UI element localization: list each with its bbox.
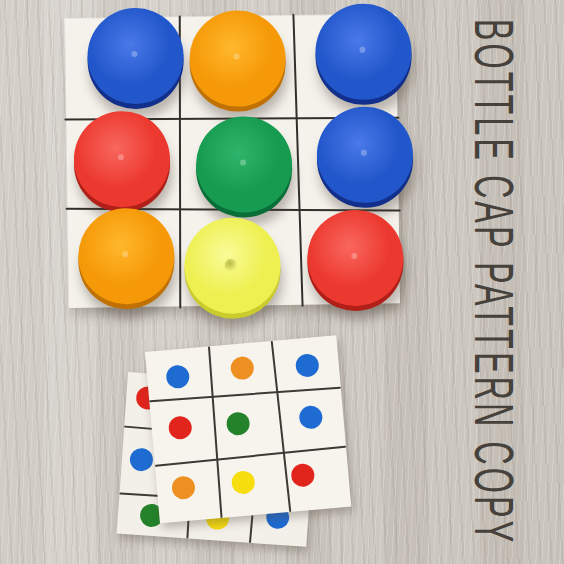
bottle-cap-orange[interactable] — [189, 15, 286, 112]
pattern-dot-blue — [129, 447, 154, 472]
cap-board-paper — [65, 14, 400, 308]
photo-scene: BOTTLE CAP PATTERN COPY — [0, 0, 564, 564]
dot-grid-top — [145, 335, 336, 352]
cap-grid — [65, 14, 396, 19]
bottle-cap-orange[interactable] — [78, 213, 175, 310]
caption-vertical-text: BOTTLE CAP PATTERN COPY — [426, 0, 564, 564]
pattern-dot-yellow — [230, 470, 255, 495]
board-grid-line — [292, 14, 303, 307]
pattern-dot-green — [225, 411, 250, 436]
pattern-dot-red — [290, 462, 315, 487]
bottle-cap-green[interactable] — [195, 121, 292, 218]
caption-label: BOTTLE CAP PATTERN COPY — [463, 19, 527, 545]
card-grid-line — [155, 446, 346, 467]
bottle-cap-blue[interactable] — [87, 12, 184, 109]
pattern-card-top[interactable] — [145, 335, 351, 523]
pattern-dot-blue — [294, 352, 319, 377]
bottle-cap-blue[interactable] — [316, 111, 413, 208]
pattern-dot-orange — [229, 355, 254, 380]
card-grid-line — [208, 346, 222, 518]
pattern-dot-blue — [298, 404, 323, 429]
bottle-cap-yellow[interactable] — [184, 222, 281, 319]
pattern-dot-blue — [165, 364, 190, 389]
pattern-dot-red — [167, 415, 192, 440]
card-grid-line — [271, 341, 291, 512]
bottle-cap-red[interactable] — [73, 116, 170, 213]
card-grid-line — [149, 387, 341, 402]
bottle-cap-red[interactable] — [307, 214, 404, 311]
bottle-cap-blue[interactable] — [315, 8, 412, 105]
pattern-dot-orange — [170, 475, 195, 500]
